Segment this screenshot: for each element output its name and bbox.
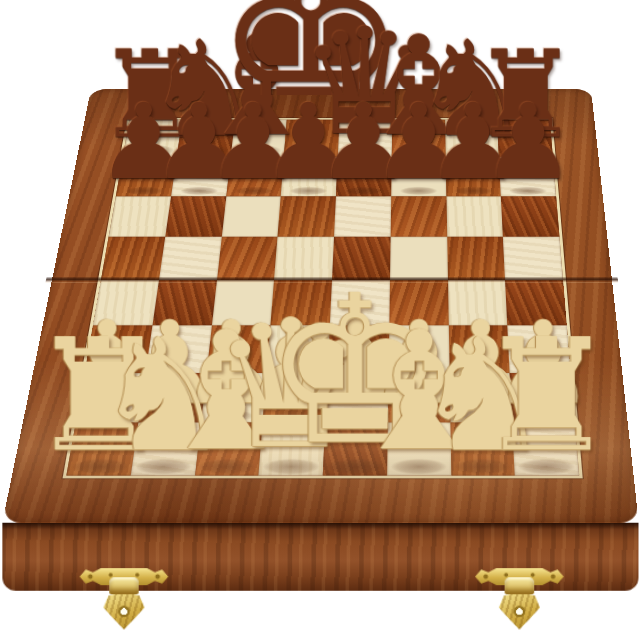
piece-shadow (455, 187, 493, 196)
square-h8: ♜ (497, 120, 553, 157)
piece-shadow (125, 187, 164, 196)
piece-shadow (460, 410, 503, 421)
square-h1: ♜ (512, 423, 579, 476)
square-f5 (390, 237, 448, 280)
brass-latch-left (80, 568, 169, 632)
piece-shadow (522, 410, 565, 421)
square-e8: ♛ (338, 120, 392, 157)
square-c4 (211, 280, 274, 325)
square-f3 (388, 325, 449, 373)
piece-shadow (345, 187, 383, 196)
square-e4 (330, 280, 390, 325)
square-b7: ♟ (171, 157, 230, 196)
scene-3d: ♜♞♝♚♛♝♞♜♟♟♟♟♟♟♟♟♟♟♟♟♟♟♟♟♜♞♝♛♚♝♞♜ (0, 0, 640, 640)
square-h2: ♟ (510, 373, 575, 423)
latch-hasp (109, 577, 139, 594)
chess-box-front-panel (2, 523, 638, 591)
square-h6 (501, 196, 559, 237)
square-c3 (206, 325, 271, 373)
square-e5 (332, 237, 390, 280)
piece-shadow (86, 410, 130, 421)
piece-shadow (391, 458, 447, 474)
piece-shadow (273, 410, 316, 421)
square-a8: ♜ (123, 120, 182, 157)
square-b2: ♟ (138, 373, 206, 423)
piece-shadow (502, 145, 550, 156)
square-h7: ♟ (499, 157, 556, 196)
square-b3 (145, 325, 211, 373)
piece-shadow (126, 145, 175, 156)
chess-board: ♜♞♝♚♛♝♞♜♟♟♟♟♟♟♟♟♟♟♟♟♟♟♟♟♜♞♝♛♚♝♞♜ (66, 120, 579, 476)
square-c1: ♝ (195, 423, 263, 476)
square-b4 (152, 280, 216, 325)
piece-shadow (180, 187, 218, 196)
piece-shadow (518, 458, 575, 474)
square-d3 (267, 325, 330, 373)
square-e6 (334, 196, 391, 237)
square-g5 (447, 237, 506, 280)
piece-shadow (398, 410, 440, 421)
piece-shadow (327, 458, 384, 474)
piece-shadow (234, 145, 282, 156)
piece-shadow (400, 187, 437, 196)
square-h3 (508, 325, 571, 373)
square-f8: ♝ (392, 120, 446, 157)
square-b6 (165, 196, 226, 237)
square-g2: ♟ (449, 373, 512, 423)
piece-shadow (454, 458, 511, 474)
piece-shadow (290, 187, 328, 196)
square-d7: ♟ (281, 157, 338, 196)
square-e7: ♟ (336, 157, 392, 196)
square-b1: ♞ (130, 423, 200, 476)
square-f4 (389, 280, 448, 325)
square-a6 (109, 196, 171, 237)
piece-shadow (263, 458, 320, 474)
square-a4 (93, 280, 159, 325)
latch-pendant (499, 592, 540, 629)
square-d5 (274, 237, 334, 280)
piece-shadow (148, 410, 192, 421)
square-g8: ♞ (445, 120, 499, 157)
piece-shadow (70, 458, 129, 474)
square-c2: ♟ (201, 373, 267, 423)
square-c5 (217, 237, 278, 280)
square-c6 (221, 196, 281, 237)
square-d4 (271, 280, 332, 325)
piece-shadow (509, 187, 547, 196)
square-b5 (159, 237, 222, 280)
square-f1: ♝ (387, 423, 451, 476)
square-d2: ♟ (263, 373, 328, 423)
square-e3 (328, 325, 389, 373)
square-g6 (446, 196, 503, 237)
board-playing-area: ♜♞♝♚♛♝♞♜♟♟♟♟♟♟♟♟♟♟♟♟♟♟♟♟♜♞♝♛♚♝♞♜ (63, 118, 583, 479)
square-f7: ♟ (391, 157, 446, 196)
square-f2: ♟ (388, 373, 450, 423)
latch-hasp (505, 577, 535, 594)
piece-shadow (211, 410, 254, 421)
piece-shadow (287, 145, 335, 156)
piece-shadow (199, 458, 257, 474)
square-h5 (503, 237, 563, 280)
piece-shadow (341, 145, 388, 156)
latch-pendant (104, 592, 145, 629)
square-c7: ♟ (226, 157, 284, 196)
square-a1: ♜ (66, 423, 138, 476)
square-g7: ♟ (445, 157, 501, 196)
square-b8: ♞ (177, 120, 235, 157)
square-h4 (505, 280, 566, 325)
piece-shadow (448, 145, 496, 156)
square-d8: ♚ (284, 120, 340, 157)
square-g4 (448, 280, 508, 325)
square-a3 (85, 325, 153, 373)
square-e2: ♟ (325, 373, 388, 423)
square-g3 (448, 325, 510, 373)
square-d1: ♛ (259, 423, 326, 476)
piece-shadow (235, 187, 273, 196)
square-g1: ♞ (450, 423, 515, 476)
piece-shadow (335, 410, 378, 421)
square-a5 (101, 237, 165, 280)
square-a2: ♟ (76, 373, 146, 423)
square-c8: ♝ (230, 120, 287, 157)
chess-box-top: ♜♞♝♚♛♝♞♜♟♟♟♟♟♟♟♟♟♟♟♟♟♟♟♟♜♞♝♛♚♝♞♜ (2, 89, 638, 522)
brass-latch-right (475, 568, 564, 632)
product-photo-stage: Product photo of a folding wooden magnet… (0, 0, 640, 640)
square-f6 (390, 196, 446, 237)
piece-shadow (134, 458, 192, 474)
square-a7: ♟ (116, 157, 177, 196)
square-d6 (278, 196, 336, 237)
piece-shadow (395, 145, 442, 156)
piece-shadow (180, 145, 229, 156)
square-e1: ♚ (323, 423, 388, 476)
